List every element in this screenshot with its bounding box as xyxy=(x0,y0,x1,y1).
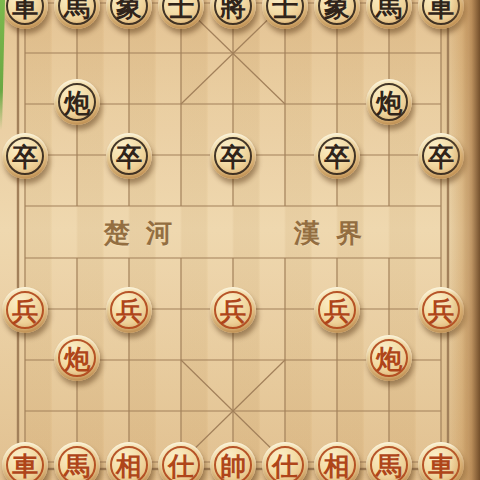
piece-ring xyxy=(422,0,460,25)
piece-ring xyxy=(6,137,44,175)
piece-character: 兵 xyxy=(220,298,246,324)
piece-ring xyxy=(214,291,252,329)
piece-character: 象 xyxy=(116,0,142,20)
piece-ring xyxy=(162,0,200,25)
piece-character: 卒 xyxy=(12,144,38,170)
piece-black-soldier[interactable]: 卒 xyxy=(106,133,152,179)
piece-character: 兵 xyxy=(324,298,350,324)
piece-red-soldier[interactable]: 兵 xyxy=(106,287,152,333)
piece-character: 炮 xyxy=(64,90,90,116)
piece-ring xyxy=(58,0,96,25)
piece-character: 車 xyxy=(428,453,454,479)
piece-ring xyxy=(214,137,252,175)
piece-character: 兵 xyxy=(12,298,38,324)
piece-character: 相 xyxy=(324,453,350,479)
piece-ring xyxy=(58,446,96,480)
piece-black-soldier[interactable]: 卒 xyxy=(314,133,360,179)
piece-ring xyxy=(318,291,356,329)
piece-character: 仕 xyxy=(272,453,298,479)
piece-red-horse[interactable]: 馬 xyxy=(366,442,412,480)
piece-red-chariot[interactable]: 車 xyxy=(2,442,48,480)
piece-character: 炮 xyxy=(376,346,402,372)
piece-red-elephant[interactable]: 相 xyxy=(106,442,152,480)
piece-red-soldier[interactable]: 兵 xyxy=(314,287,360,333)
piece-character: 兵 xyxy=(116,298,142,324)
piece-ring xyxy=(214,446,252,480)
piece-character: 馬 xyxy=(376,0,402,20)
piece-ring xyxy=(266,0,304,25)
piece-character: 馬 xyxy=(376,453,402,479)
piece-character: 炮 xyxy=(64,346,90,372)
piece-red-elephant[interactable]: 相 xyxy=(314,442,360,480)
piece-character: 士 xyxy=(168,0,194,20)
board-grid xyxy=(0,0,480,480)
piece-ring xyxy=(318,137,356,175)
piece-black-soldier[interactable]: 卒 xyxy=(418,133,464,179)
piece-character: 炮 xyxy=(376,90,402,116)
piece-ring xyxy=(370,83,408,121)
piece-character: 相 xyxy=(116,453,142,479)
piece-character: 士 xyxy=(272,0,298,20)
piece-red-soldier[interactable]: 兵 xyxy=(2,287,48,333)
piece-red-soldier[interactable]: 兵 xyxy=(210,287,256,333)
xiangqi-board: 楚河 漢界 車馬象士將士象馬車炮炮卒卒卒卒卒兵兵兵兵兵炮炮車馬相仕帥仕相馬車 xyxy=(0,0,480,480)
piece-character: 帥 xyxy=(220,453,246,479)
piece-ring xyxy=(422,446,460,480)
piece-character: 象 xyxy=(324,0,350,20)
piece-ring xyxy=(6,446,44,480)
piece-red-advisor[interactable]: 仕 xyxy=(262,442,308,480)
piece-red-marshal[interactable]: 帥 xyxy=(210,442,256,480)
piece-character: 車 xyxy=(12,453,38,479)
piece-ring xyxy=(370,446,408,480)
piece-red-advisor[interactable]: 仕 xyxy=(158,442,204,480)
piece-ring xyxy=(58,339,96,377)
piece-ring xyxy=(422,137,460,175)
piece-character: 車 xyxy=(12,0,38,20)
piece-red-chariot[interactable]: 車 xyxy=(418,442,464,480)
piece-ring xyxy=(162,446,200,480)
piece-character: 馬 xyxy=(64,0,90,20)
piece-character: 仕 xyxy=(168,453,194,479)
piece-red-cannon[interactable]: 炮 xyxy=(54,335,100,381)
piece-character: 卒 xyxy=(116,144,142,170)
piece-ring xyxy=(266,446,304,480)
piece-character: 車 xyxy=(428,0,454,20)
piece-black-cannon[interactable]: 炮 xyxy=(54,79,100,125)
piece-ring xyxy=(58,83,96,121)
piece-ring xyxy=(214,0,252,25)
piece-character: 馬 xyxy=(64,453,90,479)
piece-ring xyxy=(318,446,356,480)
piece-ring xyxy=(110,137,148,175)
piece-red-horse[interactable]: 馬 xyxy=(54,442,100,480)
piece-ring xyxy=(6,291,44,329)
piece-ring xyxy=(110,291,148,329)
piece-character: 兵 xyxy=(428,298,454,324)
piece-character: 將 xyxy=(220,0,246,20)
piece-ring xyxy=(6,0,44,25)
piece-ring xyxy=(422,291,460,329)
piece-black-soldier[interactable]: 卒 xyxy=(210,133,256,179)
piece-black-cannon[interactable]: 炮 xyxy=(366,79,412,125)
piece-ring xyxy=(110,0,148,25)
piece-character: 卒 xyxy=(428,144,454,170)
piece-character: 卒 xyxy=(220,144,246,170)
piece-ring xyxy=(370,339,408,377)
piece-black-soldier[interactable]: 卒 xyxy=(2,133,48,179)
piece-character: 卒 xyxy=(324,144,350,170)
piece-ring xyxy=(110,446,148,480)
piece-ring xyxy=(370,0,408,25)
piece-red-cannon[interactable]: 炮 xyxy=(366,335,412,381)
piece-ring xyxy=(318,0,356,25)
piece-red-soldier[interactable]: 兵 xyxy=(418,287,464,333)
